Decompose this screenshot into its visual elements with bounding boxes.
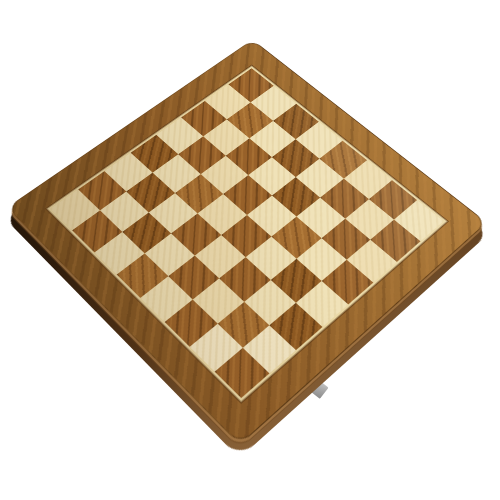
board-photo-tilt <box>0 0 500 500</box>
product-photo <box>0 0 500 500</box>
